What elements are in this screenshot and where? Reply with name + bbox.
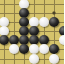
white-stone[interactable] [49,54,59,64]
white-stone[interactable] [29,54,39,64]
black-stone[interactable] [0,35,9,45]
black-stone[interactable] [19,44,29,54]
star-point [52,11,55,14]
grid-line-horizontal-1 [0,4,64,5]
white-stone[interactable] [39,44,49,54]
white-stone[interactable] [59,35,65,45]
grid-line-vertical-5 [44,0,45,64]
black-stone[interactable] [49,17,59,27]
go-board [0,0,64,64]
white-stone[interactable] [9,44,19,54]
grid-line-vertical-2 [14,0,15,64]
white-stone[interactable] [39,17,49,27]
